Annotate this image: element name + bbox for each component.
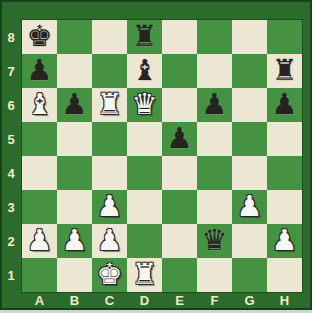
square-d5[interactable] <box>127 122 162 156</box>
square-g3[interactable]: ♟ <box>232 190 267 224</box>
square-h8[interactable] <box>267 20 302 54</box>
square-d2[interactable] <box>127 224 162 258</box>
square-e8[interactable] <box>162 20 197 54</box>
square-d3[interactable] <box>127 190 162 224</box>
square-g5[interactable] <box>232 122 267 156</box>
black-pawn-piece[interactable]: ♟ <box>62 88 88 121</box>
file-label-f: F <box>197 292 232 309</box>
square-b6[interactable]: ♟ <box>57 88 92 122</box>
square-g6[interactable] <box>232 88 267 122</box>
square-g1[interactable] <box>232 258 267 292</box>
square-b1[interactable] <box>57 258 92 292</box>
rank-label-6: 6 <box>0 88 22 122</box>
black-queen-piece[interactable]: ♛ <box>202 224 228 257</box>
square-b8[interactable] <box>57 20 92 54</box>
square-h7[interactable]: ♜ <box>267 54 302 88</box>
square-a4[interactable] <box>22 156 57 190</box>
file-label-d: D <box>127 292 162 309</box>
square-c6[interactable]: ♜ <box>92 88 127 122</box>
square-h4[interactable] <box>267 156 302 190</box>
square-b4[interactable] <box>57 156 92 190</box>
square-b3[interactable] <box>57 190 92 224</box>
black-king-piece[interactable]: ♚ <box>27 20 53 53</box>
square-e5[interactable]: ♟ <box>162 122 197 156</box>
rank-label-2: 2 <box>0 224 22 258</box>
white-pawn-piece[interactable]: ♟ <box>237 190 263 223</box>
square-c7[interactable] <box>92 54 127 88</box>
square-h6[interactable]: ♟ <box>267 88 302 122</box>
rank-label-3: 3 <box>0 190 22 224</box>
square-g8[interactable] <box>232 20 267 54</box>
black-pawn-piece[interactable]: ♟ <box>27 54 53 87</box>
square-f8[interactable] <box>197 20 232 54</box>
black-pawn-piece[interactable]: ♟ <box>272 88 298 121</box>
square-f4[interactable] <box>197 156 232 190</box>
file-label-a: A <box>22 292 57 309</box>
square-a6[interactable]: ♝ <box>22 88 57 122</box>
file-label-c: C <box>92 292 127 309</box>
square-a8[interactable]: ♚ <box>22 20 57 54</box>
white-rook-piece[interactable]: ♜ <box>97 88 123 121</box>
rank-label-1: 1 <box>0 258 22 292</box>
square-c4[interactable] <box>92 156 127 190</box>
black-pawn-piece[interactable]: ♟ <box>167 122 193 155</box>
rank-labels: 87654321 <box>0 20 22 292</box>
square-f1[interactable] <box>197 258 232 292</box>
white-pawn-piece[interactable]: ♟ <box>97 224 123 257</box>
white-pawn-piece[interactable]: ♟ <box>272 224 298 257</box>
square-b5[interactable] <box>57 122 92 156</box>
white-bishop-piece[interactable]: ♝ <box>27 88 53 121</box>
square-a2[interactable]: ♟ <box>22 224 57 258</box>
file-labels: ABCDEFGH <box>22 292 302 309</box>
square-f5[interactable] <box>197 122 232 156</box>
square-f7[interactable] <box>197 54 232 88</box>
square-d6[interactable]: ♛ <box>127 88 162 122</box>
rank-label-4: 4 <box>0 156 22 190</box>
file-label-g: G <box>232 292 267 309</box>
square-e4[interactable] <box>162 156 197 190</box>
square-h2[interactable]: ♟ <box>267 224 302 258</box>
file-label-e: E <box>162 292 197 309</box>
square-c5[interactable] <box>92 122 127 156</box>
white-king-piece[interactable]: ♚ <box>97 258 123 291</box>
square-a3[interactable] <box>22 190 57 224</box>
square-e2[interactable] <box>162 224 197 258</box>
white-rook-piece[interactable]: ♜ <box>132 258 158 291</box>
file-label-b: B <box>57 292 92 309</box>
rank-label-5: 5 <box>0 122 22 156</box>
square-a7[interactable]: ♟ <box>22 54 57 88</box>
square-b7[interactable] <box>57 54 92 88</box>
square-c3[interactable]: ♟ <box>92 190 127 224</box>
black-bishop-piece[interactable]: ♝ <box>132 54 158 87</box>
file-label-h: H <box>267 292 302 309</box>
square-f2[interactable]: ♛ <box>197 224 232 258</box>
square-f6[interactable]: ♟ <box>197 88 232 122</box>
square-c1[interactable]: ♚ <box>92 258 127 292</box>
black-rook-piece[interactable]: ♜ <box>132 20 158 53</box>
square-h5[interactable] <box>267 122 302 156</box>
chess-board[interactable]: ♚♜♟♝♜♝♟♜♛♟♟♟♟♟♟♟♟♛♟♚♜ <box>22 20 302 292</box>
square-e3[interactable] <box>162 190 197 224</box>
square-d8[interactable]: ♜ <box>127 20 162 54</box>
square-e1[interactable] <box>162 258 197 292</box>
square-g7[interactable] <box>232 54 267 88</box>
square-a1[interactable] <box>22 258 57 292</box>
square-g4[interactable] <box>232 156 267 190</box>
square-c8[interactable] <box>92 20 127 54</box>
square-g2[interactable] <box>232 224 267 258</box>
square-e7[interactable] <box>162 54 197 88</box>
black-rook-piece[interactable]: ♜ <box>272 54 298 87</box>
square-d1[interactable]: ♜ <box>127 258 162 292</box>
black-pawn-piece[interactable]: ♟ <box>202 88 228 121</box>
square-f3[interactable] <box>197 190 232 224</box>
square-h1[interactable] <box>267 258 302 292</box>
white-pawn-piece[interactable]: ♟ <box>97 190 123 223</box>
square-b2[interactable]: ♟ <box>57 224 92 258</box>
rank-label-8: 8 <box>0 20 22 54</box>
square-a5[interactable] <box>22 122 57 156</box>
square-c2[interactable]: ♟ <box>92 224 127 258</box>
white-pawn-piece[interactable]: ♟ <box>27 224 53 257</box>
square-d7[interactable]: ♝ <box>127 54 162 88</box>
chess-app: 87654321 ♚♜♟♝♜♝♟♜♛♟♟♟♟♟♟♟♟♛♟♚♜ ABCDEFGH <box>0 0 312 313</box>
square-h3[interactable] <box>267 190 302 224</box>
white-queen-piece[interactable]: ♛ <box>132 88 158 121</box>
rank-label-7: 7 <box>0 54 22 88</box>
square-e6[interactable] <box>162 88 197 122</box>
white-pawn-piece[interactable]: ♟ <box>62 224 88 257</box>
square-d4[interactable] <box>127 156 162 190</box>
